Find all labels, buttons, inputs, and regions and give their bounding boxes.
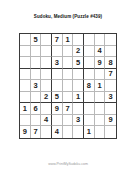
cell-r9c7: 1	[84, 126, 95, 138]
cell-r3c4: 3	[52, 57, 63, 69]
cell-r6c2	[31, 92, 42, 104]
cell-r6c1	[20, 92, 31, 104]
sudoku-board: 5712435987381251316974399741	[19, 33, 117, 139]
cell-r2c2	[31, 46, 42, 58]
cell-r5c4	[52, 80, 63, 92]
cell-r7c7	[84, 103, 95, 115]
cell-r4c4	[52, 69, 63, 81]
cell-r8c2	[31, 115, 42, 127]
cell-r3c5	[63, 57, 74, 69]
footer-url: www.PrintMySudoku.com	[0, 162, 136, 166]
cell-r7c4: 9	[52, 103, 63, 115]
cell-r3c3	[41, 57, 52, 69]
cell-r3c7	[84, 57, 95, 69]
cell-r9c4: 4	[52, 126, 63, 138]
cell-r5c7: 8	[84, 80, 95, 92]
cell-r7c1: 1	[20, 103, 31, 115]
cell-r6c7	[84, 92, 95, 104]
cell-r8c8	[95, 115, 106, 127]
sudoku-sheet: Sudoku, Medium (Puzzle #439) 57124359873…	[0, 0, 136, 176]
cell-r6c3: 2	[41, 92, 52, 104]
cell-r4c5	[63, 69, 74, 81]
cell-r4c7	[84, 69, 95, 81]
cell-r7c2: 6	[31, 103, 42, 115]
cell-r3c6: 5	[73, 57, 84, 69]
cell-r1c1	[20, 34, 31, 46]
cell-r5c9	[105, 80, 116, 92]
cell-r6c6: 1	[73, 92, 84, 104]
cell-r5c8: 1	[95, 80, 106, 92]
cell-r1c3	[41, 34, 52, 46]
cell-r3c2	[31, 57, 42, 69]
cell-r1c6	[73, 34, 84, 46]
cell-r2c4	[52, 46, 63, 58]
cell-r4c6	[73, 69, 84, 81]
cell-r4c8	[95, 69, 106, 81]
cell-r2c9	[105, 46, 116, 58]
cell-r3c1	[20, 57, 31, 69]
cell-r5c5	[63, 80, 74, 92]
cell-r6c5	[63, 92, 74, 104]
cell-r2c8: 4	[95, 46, 106, 58]
cell-r4c3	[41, 69, 52, 81]
cell-r5c6	[73, 80, 84, 92]
cell-r2c6: 2	[73, 46, 84, 58]
cell-r1c8	[95, 34, 106, 46]
cell-r8c4	[52, 115, 63, 127]
cell-r9c1: 9	[20, 126, 31, 138]
cell-r2c5	[63, 46, 74, 58]
cell-r4c1	[20, 69, 31, 81]
cell-r9c9	[105, 126, 116, 138]
cell-r1c9	[105, 34, 116, 46]
cell-r6c8	[95, 92, 106, 104]
cell-r2c7	[84, 46, 95, 58]
cell-r9c8	[95, 126, 106, 138]
cell-r7c5: 7	[63, 103, 74, 115]
cell-r4c2	[31, 69, 42, 81]
cell-r9c2: 7	[31, 126, 42, 138]
cell-r3c9: 8	[105, 57, 116, 69]
cell-r4c9: 7	[105, 69, 116, 81]
cell-r6c4: 5	[52, 92, 63, 104]
cell-r9c6	[73, 126, 84, 138]
cell-r8c3: 4	[41, 115, 52, 127]
cell-r8c7	[84, 115, 95, 127]
cell-r1c4: 7	[52, 34, 63, 46]
cell-r7c3	[41, 103, 52, 115]
cell-r8c1	[20, 115, 31, 127]
cell-r6c9: 3	[105, 92, 116, 104]
cell-r5c2: 3	[31, 80, 42, 92]
cell-r7c8	[95, 103, 106, 115]
cell-r3c8: 9	[95, 57, 106, 69]
page-title: Sudoku, Medium (Puzzle #439)	[0, 14, 136, 19]
cell-r1c5: 1	[63, 34, 74, 46]
cell-r1c2: 5	[31, 34, 42, 46]
cell-r8c5	[63, 115, 74, 127]
cell-r8c6: 3	[73, 115, 84, 127]
cell-r2c3	[41, 46, 52, 58]
cell-r7c6	[73, 103, 84, 115]
cell-r9c3	[41, 126, 52, 138]
cell-r2c1	[20, 46, 31, 58]
cell-r7c9	[105, 103, 116, 115]
cell-r5c1	[20, 80, 31, 92]
cell-r1c7	[84, 34, 95, 46]
cell-r5c3	[41, 80, 52, 92]
cell-r8c9: 9	[105, 115, 116, 127]
cell-r9c5	[63, 126, 74, 138]
